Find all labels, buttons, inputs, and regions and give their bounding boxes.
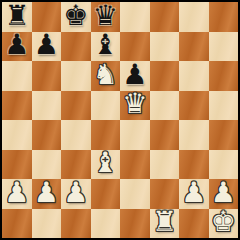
square-h1[interactable]: ♚ — [209, 209, 239, 239]
square-h2[interactable]: ♟ — [209, 179, 239, 209]
square-e8[interactable] — [120, 2, 150, 32]
square-e7[interactable] — [120, 32, 150, 62]
square-h5[interactable] — [209, 91, 239, 121]
white-pawn[interactable]: ♟ — [211, 179, 236, 207]
square-c3[interactable] — [61, 150, 91, 180]
square-d3[interactable]: ♝ — [91, 150, 121, 180]
square-f8[interactable] — [150, 2, 180, 32]
square-b3[interactable] — [32, 150, 62, 180]
square-b1[interactable] — [32, 209, 62, 239]
square-e4[interactable] — [120, 120, 150, 150]
square-e3[interactable] — [120, 150, 150, 180]
square-c4[interactable] — [61, 120, 91, 150]
black-pawn[interactable]: ♟ — [4, 32, 29, 60]
square-h8[interactable] — [209, 2, 239, 32]
square-d2[interactable] — [91, 179, 121, 209]
square-b5[interactable] — [32, 91, 62, 121]
square-a3[interactable] — [2, 150, 32, 180]
black-queen[interactable]: ♛ — [93, 2, 118, 30]
square-d5[interactable] — [91, 91, 121, 121]
square-g6[interactable] — [179, 61, 209, 91]
square-f2[interactable] — [150, 179, 180, 209]
square-h6[interactable] — [209, 61, 239, 91]
square-d7[interactable]: ♝ — [91, 32, 121, 62]
square-a2[interactable]: ♟ — [2, 179, 32, 209]
square-a8[interactable]: ♜ — [2, 2, 32, 32]
square-c2[interactable]: ♟ — [61, 179, 91, 209]
black-rook[interactable]: ♜ — [4, 2, 29, 30]
square-g3[interactable] — [179, 150, 209, 180]
square-h7[interactable] — [209, 32, 239, 62]
black-king[interactable]: ♚ — [63, 2, 88, 30]
white-pawn[interactable]: ♟ — [181, 179, 206, 207]
chess-board: ♜♚♛♟♟♝♞♟♛♝♟♟♟♟♟♜♚ — [0, 0, 240, 240]
square-g5[interactable] — [179, 91, 209, 121]
black-pawn[interactable]: ♟ — [122, 61, 147, 89]
square-e1[interactable] — [120, 209, 150, 239]
white-bishop[interactable]: ♝ — [93, 150, 118, 178]
square-f1[interactable]: ♜ — [150, 209, 180, 239]
square-f7[interactable] — [150, 32, 180, 62]
black-bishop[interactable]: ♝ — [93, 32, 118, 60]
square-f5[interactable] — [150, 91, 180, 121]
square-b6[interactable] — [32, 61, 62, 91]
square-a5[interactable] — [2, 91, 32, 121]
square-d6[interactable]: ♞ — [91, 61, 121, 91]
square-b2[interactable]: ♟ — [32, 179, 62, 209]
square-h4[interactable] — [209, 120, 239, 150]
square-h3[interactable] — [209, 150, 239, 180]
square-f4[interactable] — [150, 120, 180, 150]
white-rook[interactable]: ♜ — [152, 209, 177, 237]
white-queen[interactable]: ♛ — [122, 91, 147, 119]
square-b4[interactable] — [32, 120, 62, 150]
square-e2[interactable] — [120, 179, 150, 209]
square-a1[interactable] — [2, 209, 32, 239]
square-f3[interactable] — [150, 150, 180, 180]
square-c6[interactable] — [61, 61, 91, 91]
square-c8[interactable]: ♚ — [61, 2, 91, 32]
square-c7[interactable] — [61, 32, 91, 62]
black-pawn[interactable]: ♟ — [34, 32, 59, 60]
white-king[interactable]: ♚ — [211, 209, 236, 237]
white-pawn[interactable]: ♟ — [63, 179, 88, 207]
square-e5[interactable]: ♛ — [120, 91, 150, 121]
square-a7[interactable]: ♟ — [2, 32, 32, 62]
square-b8[interactable] — [32, 2, 62, 32]
square-g2[interactable]: ♟ — [179, 179, 209, 209]
white-pawn[interactable]: ♟ — [34, 179, 59, 207]
square-g7[interactable] — [179, 32, 209, 62]
square-f6[interactable] — [150, 61, 180, 91]
square-d1[interactable] — [91, 209, 121, 239]
square-a4[interactable] — [2, 120, 32, 150]
square-d4[interactable] — [91, 120, 121, 150]
square-d8[interactable]: ♛ — [91, 2, 121, 32]
square-c5[interactable] — [61, 91, 91, 121]
square-c1[interactable] — [61, 209, 91, 239]
square-b7[interactable]: ♟ — [32, 32, 62, 62]
square-g4[interactable] — [179, 120, 209, 150]
square-e6[interactable]: ♟ — [120, 61, 150, 91]
square-a6[interactable] — [2, 61, 32, 91]
white-pawn[interactable]: ♟ — [4, 179, 29, 207]
white-knight[interactable]: ♞ — [93, 61, 118, 89]
square-g8[interactable] — [179, 2, 209, 32]
square-g1[interactable] — [179, 209, 209, 239]
